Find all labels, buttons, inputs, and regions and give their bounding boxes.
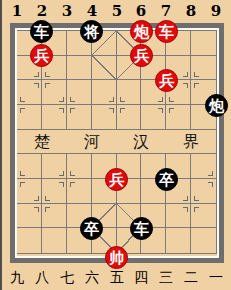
file-label-bottom: 四 [129,268,153,286]
piece-black-车[interactable]: 车 [130,217,153,240]
file-label-top: 1 [7,2,27,20]
file-label-top: 3 [57,2,77,20]
file-label-top: 8 [181,2,201,20]
piece-red-炮[interactable]: 炮 [130,20,153,43]
file-label-top: 9 [206,2,226,20]
file-label-bottom: 三 [154,268,178,286]
file-label-top: 6 [131,2,151,20]
file-label-bottom: 六 [80,268,104,286]
piece-red-兵[interactable]: 兵 [130,44,153,67]
piece-black-卒[interactable]: 卒 [80,217,103,240]
file-label-bottom: 八 [30,268,54,286]
file-label-bottom: 五 [105,268,129,286]
file-label-top: 7 [156,2,176,20]
piece-black-卒[interactable]: 卒 [155,168,178,191]
file-label-bottom: 一 [204,268,228,286]
piece-black-将[interactable]: 将 [80,20,103,43]
piece-black-车[interactable]: 车 [30,20,53,43]
window-left-border [0,0,2,290]
piece-red-兵[interactable]: 兵 [105,168,128,191]
piece-black-炮[interactable]: 炮 [205,94,228,117]
piece-red-兵[interactable]: 兵 [30,44,53,67]
file-label-bottom: 二 [179,268,203,286]
file-label-bottom: 九 [5,268,29,286]
file-label-top: 2 [32,2,52,20]
piece-red-兵[interactable]: 兵 [155,69,178,92]
piece-red-帅[interactable]: 帅 [105,246,128,269]
xiangqi-board: 123456789九八七六五四三二一楚河汉界车将炮车兵兵兵炮兵卒卒车帅 [0,0,231,290]
file-label-top: 5 [107,2,127,20]
piece-red-车[interactable]: 车 [155,20,178,43]
file-label-top: 4 [82,2,102,20]
file-label-bottom: 七 [55,268,79,286]
